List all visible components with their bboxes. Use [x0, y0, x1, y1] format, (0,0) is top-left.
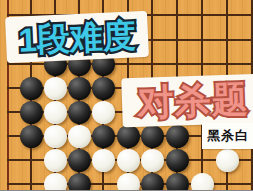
black-stone[interactable] [68, 173, 91, 191]
goal-label: 黑杀白 [202, 123, 253, 149]
problem-banner: 对杀题 [121, 74, 253, 128]
white-stone[interactable] [117, 173, 140, 191]
white-stone[interactable] [44, 101, 67, 124]
white-stone[interactable] [44, 125, 67, 148]
go-board[interactable]: 1段难度 对杀题 黑杀白 [0, 0, 253, 190]
black-stone[interactable] [20, 101, 43, 124]
white-stone[interactable] [68, 125, 91, 148]
white-stone[interactable] [141, 149, 164, 172]
difficulty-banner: 1段难度 [5, 11, 149, 63]
white-stone[interactable] [44, 149, 67, 172]
black-stone[interactable] [92, 77, 115, 100]
black-stone[interactable] [68, 149, 91, 172]
black-stone[interactable] [141, 173, 164, 191]
black-stone[interactable] [92, 125, 115, 148]
black-stone[interactable] [141, 125, 164, 148]
difficulty-banner-text: 1段难度 [18, 18, 137, 56]
goal-label-text: 黑杀白 [207, 127, 249, 145]
black-stone[interactable] [68, 77, 91, 100]
black-stone[interactable] [20, 125, 43, 148]
black-stone[interactable] [166, 125, 189, 148]
white-stone[interactable] [44, 77, 67, 100]
white-stone[interactable] [44, 173, 67, 191]
white-stone[interactable] [92, 101, 115, 124]
white-stone[interactable] [216, 149, 239, 172]
black-stone[interactable] [20, 77, 43, 100]
white-stone[interactable] [117, 149, 140, 172]
black-stone[interactable] [166, 149, 189, 172]
problem-banner-text: 对杀题 [137, 81, 249, 121]
black-stone[interactable] [117, 125, 140, 148]
black-stone[interactable] [166, 173, 189, 191]
white-stone[interactable] [92, 149, 115, 172]
white-stone[interactable] [191, 173, 214, 191]
black-stone[interactable] [68, 101, 91, 124]
